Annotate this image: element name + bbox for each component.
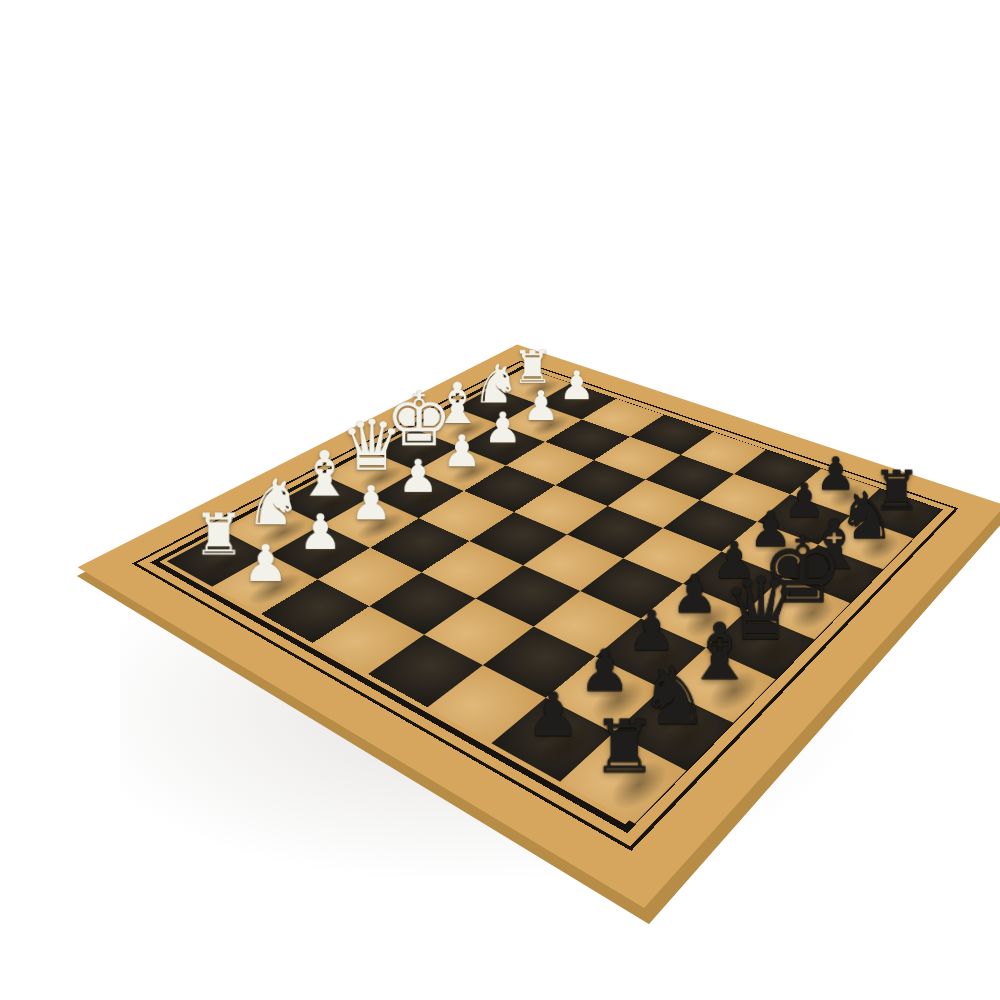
piece-black-rook-a8[interactable]: ♜ <box>579 710 669 783</box>
square-e4[interactable] <box>514 485 608 534</box>
square-d4[interactable] <box>469 512 567 565</box>
photo-stage: ♜♞♝♛♚♝♞♜♟♟♟♟♟♟♟♟♟♟♟♟♟♟♟♟♜♞♝♛♚♝♞♜ <box>0 0 1000 1000</box>
square-a2[interactable]: ♟ <box>212 554 317 614</box>
piece-white-pawn-a2[interactable]: ♟ <box>229 537 302 588</box>
square-a8[interactable]: ♜ <box>560 733 686 824</box>
